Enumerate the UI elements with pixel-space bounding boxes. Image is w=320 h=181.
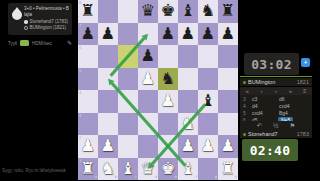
move-number: 4: [240, 103, 251, 109]
square-a7[interactable]: ♟7: [78, 23, 98, 46]
nav-menu-button[interactable]: ≡: [298, 87, 312, 95]
move-5-black[interactable]: Bg4: [278, 110, 305, 116]
square-f5[interactable]: [178, 68, 198, 91]
online-dot-icon: [243, 133, 246, 136]
move-row: 4d4cxd4: [240, 102, 312, 109]
move-nav-bar: «‹›»≡: [240, 87, 312, 95]
square-e8[interactable]: ♚: [158, 0, 178, 23]
black-knight-piece: ♞: [158, 68, 178, 90]
game-info-card[interactable]: 3+0 • Pelinennosta • Blitz lajia Stoneha…: [8, 3, 72, 35]
white-player-rating: 1783: [297, 131, 309, 137]
square-g3[interactable]: [198, 113, 218, 136]
square-g7[interactable]: ♟: [198, 23, 218, 46]
black-player-rating: 1821: [297, 79, 309, 85]
square-e5[interactable]: ♞: [158, 68, 178, 91]
white-pawn-piece: ♟: [218, 135, 238, 157]
square-b7[interactable]: ♟: [98, 23, 118, 46]
rank-coordinate-label: 6: [79, 46, 81, 50]
move-3-white[interactable]: c3: [251, 96, 278, 102]
card-player-black[interactable]: BUMington (1821): [24, 25, 69, 31]
move-row: 5cxd4Bg4: [240, 109, 312, 116]
rank-coordinate-label: 7: [79, 24, 81, 28]
white-pawn-piece: ♟: [198, 135, 218, 157]
square-g1[interactable]: g: [198, 158, 218, 181]
black-pawn-piece: ♟: [218, 23, 238, 45]
square-e4[interactable]: ♟: [158, 90, 178, 113]
rank-coordinate-label: 3: [79, 114, 81, 118]
square-h1[interactable]: ♜h: [218, 158, 238, 181]
black-rook-piece: ♜: [78, 0, 98, 22]
square-c1[interactable]: ♝c: [118, 158, 138, 181]
white-knight-piece: ♞: [178, 113, 198, 135]
rank-coordinate-label: 1: [79, 159, 81, 163]
move-list: 3c3d64d4cxd45cxd4Bg46d5Ne5: [240, 95, 312, 123]
black-knight-piece: ♞: [198, 0, 218, 22]
black-pawn-piece: ♟: [78, 23, 98, 45]
square-b3[interactable]: [98, 113, 118, 136]
file-coordinate-label: g: [215, 175, 217, 179]
white-pawn-piece: ♟: [158, 90, 178, 112]
black-bishop-piece: ♝: [198, 90, 218, 112]
square-a4[interactable]: 4: [78, 90, 98, 113]
black-player-row[interactable]: BUMington 1821: [240, 78, 312, 86]
white-queen-piece: ♛: [138, 158, 158, 180]
square-b8[interactable]: [98, 0, 118, 23]
lichess-flame-icon: [12, 7, 22, 20]
square-b6[interactable]: [98, 45, 118, 68]
nav-last-button[interactable]: »: [283, 87, 297, 95]
white-knight-piece: ♞: [98, 158, 118, 180]
square-d3[interactable]: [138, 113, 158, 136]
square-c6[interactable]: [118, 45, 138, 68]
rank-coordinate-label: 2: [79, 136, 81, 140]
square-h8[interactable]: ♜: [218, 0, 238, 23]
black-king-piece: ♚: [158, 0, 178, 22]
black-rook-piece: ♜: [218, 0, 238, 22]
draw-button[interactable]: ½: [273, 122, 278, 129]
square-d7[interactable]: [138, 23, 158, 46]
square-d5[interactable]: ♟: [138, 68, 158, 91]
game-side-panel: 03:02 + BUMington 1821 «‹›»≡ 3c3d64d4cxd…: [240, 0, 312, 180]
square-e7[interactable]: ♟: [158, 23, 178, 46]
square-b5[interactable]: [98, 68, 118, 91]
square-f7[interactable]: ♟: [178, 23, 198, 46]
black-bishop-piece: ♝: [178, 0, 198, 22]
square-c3[interactable]: [118, 113, 138, 136]
square-g5[interactable]: [198, 68, 218, 91]
square-g4[interactable]: ♝: [198, 90, 218, 113]
black-pawn-piece: ♟: [178, 23, 198, 45]
square-c4[interactable]: [118, 90, 138, 113]
game-meta: 3+0 • Pelinennosta • Blitz lajia Stoneha…: [24, 6, 69, 33]
toggle-left-label: Tyyli: [8, 41, 17, 46]
white-clock-active: 02:40: [242, 139, 298, 161]
square-g2[interactable]: ♟: [198, 135, 218, 158]
online-dot-icon: [243, 81, 246, 84]
green-divider: [240, 76, 312, 77]
white-pawn-piece: ♟: [78, 135, 98, 157]
game-action-bar: ↶½⚑: [240, 121, 312, 130]
square-f1[interactable]: ♝f: [178, 158, 198, 181]
stream-settings-row: Tyyli HDMI/sec ✎: [8, 40, 72, 46]
square-c5[interactable]: [118, 68, 138, 91]
square-c2[interactable]: [118, 135, 138, 158]
square-h2[interactable]: ♟: [218, 135, 238, 158]
square-d8[interactable]: ♛: [138, 0, 158, 23]
lichess-game-screen: 3+0 • Pelinennosta • Blitz lajia Stoneha…: [0, 0, 320, 180]
white-rook-piece: ♜: [218, 158, 238, 180]
file-coordinate-label: a: [95, 175, 97, 179]
square-f2[interactable]: ♟: [178, 135, 198, 158]
square-b1[interactable]: ♞b: [98, 158, 118, 181]
move-5-white[interactable]: cxd4: [251, 110, 278, 116]
square-f8[interactable]: ♝: [178, 0, 198, 23]
move-3-black[interactable]: d6: [278, 96, 305, 102]
square-a5[interactable]: 5: [78, 68, 98, 91]
black-clock: 03:02: [244, 53, 299, 75]
takeback-button[interactable]: ↶: [257, 122, 262, 130]
white-rook-piece: ♜: [78, 158, 98, 180]
square-e3[interactable]: [158, 113, 178, 136]
black-queen-piece: ♛: [138, 0, 158, 22]
move-number: 3: [240, 96, 251, 102]
square-d2[interactable]: [138, 135, 158, 158]
white-player-row[interactable]: Stonehand7 1783: [240, 130, 312, 138]
white-king-piece: ♚: [158, 158, 178, 180]
live-toggle-button[interactable]: [20, 40, 29, 46]
file-coordinate-label: f: [196, 175, 197, 179]
square-g8[interactable]: ♞: [198, 0, 218, 23]
black-pawn-piece: ♟: [198, 23, 218, 45]
white-player-name[interactable]: Stonehand7: [248, 131, 278, 137]
square-f4[interactable]: [178, 90, 198, 113]
white-bishop-piece: ♝: [118, 158, 138, 180]
move-row: 3c3d6: [240, 95, 312, 102]
square-c8[interactable]: [118, 0, 138, 23]
square-h5[interactable]: [218, 68, 238, 91]
white-bishop-piece: ♝: [178, 158, 198, 180]
resign-button[interactable]: ⚑: [290, 122, 296, 130]
chess-board[interactable]: ♜8♛♚♝♞♜♟7♟♟♟♟♟6♟5♟♞4♟♝3♞♟2♟♟♟♟♜1a♞b♝c♛d♚…: [78, 0, 238, 180]
square-a2[interactable]: ♟2: [78, 135, 98, 158]
move-number: 5: [240, 110, 251, 116]
nav-first-button[interactable]: «: [240, 87, 254, 95]
square-f3[interactable]: ♞: [178, 113, 198, 136]
edit-pencil-icon[interactable]: ✎: [67, 40, 72, 46]
game-meta-line2: lajia: [24, 12, 69, 18]
rank-coordinate-label: 5: [79, 69, 81, 73]
square-d6[interactable]: ♟: [138, 45, 158, 68]
square-h4[interactable]: [218, 90, 238, 113]
square-e1[interactable]: ♚e: [158, 158, 178, 181]
square-f6[interactable]: [178, 45, 198, 68]
moretime-button[interactable]: +: [301, 58, 310, 67]
square-b2[interactable]: ♟: [98, 135, 118, 158]
black-player-name[interactable]: BUMington: [248, 79, 275, 85]
move-4-black[interactable]: cxd4: [278, 103, 305, 109]
white-pawn-piece: ♟: [138, 68, 158, 90]
left-sidebar: 3+0 • Pelinennosta • Blitz lajia Stoneha…: [0, 0, 78, 180]
move-4-white[interactable]: d4: [251, 103, 278, 109]
rank-coordinate-label: 4: [79, 91, 81, 95]
square-a1[interactable]: ♜1a: [78, 158, 98, 181]
square-h7[interactable]: ♟: [218, 23, 238, 46]
square-g6[interactable]: [198, 45, 218, 68]
black-color-icon: [24, 26, 28, 30]
black-pawn-piece: ♟: [98, 23, 118, 45]
square-d1[interactable]: ♛d: [138, 158, 158, 181]
square-e2[interactable]: [158, 135, 178, 158]
square-a8[interactable]: ♜8: [78, 0, 98, 23]
white-pawn-piece: ♟: [98, 135, 118, 157]
rank-coordinate-label: 8: [79, 1, 81, 5]
toggle-right-label: HDMI/sec: [32, 41, 52, 46]
square-a6[interactable]: 6: [78, 45, 98, 68]
square-h6[interactable]: [218, 45, 238, 68]
square-e6[interactable]: [158, 45, 178, 68]
square-c7[interactable]: [118, 23, 138, 46]
square-a3[interactable]: 3: [78, 113, 98, 136]
card-player-list: Stonehand7 (1783) BUMington (1821): [24, 19, 69, 31]
stream-caption: Sygy, roku, Ryu in lähetyksessä: [2, 168, 78, 173]
black-pawn-piece: ♟: [158, 23, 178, 45]
file-coordinate-label: h: [235, 175, 237, 179]
file-coordinate-label: e: [175, 175, 177, 179]
file-coordinate-label: b: [115, 175, 117, 179]
white-color-icon: [24, 20, 28, 24]
square-d4[interactable]: [138, 90, 158, 113]
file-coordinate-label: d: [155, 175, 157, 179]
square-h3[interactable]: [218, 113, 238, 136]
file-coordinate-label: c: [135, 175, 137, 179]
black-pawn-piece: ♟: [138, 45, 158, 67]
white-pawn-piece: ♟: [178, 135, 198, 157]
nav-next-button[interactable]: ›: [269, 87, 283, 95]
card-player-black-label: BUMington (1821): [30, 25, 67, 31]
square-b4[interactable]: [98, 90, 118, 113]
nav-prev-button[interactable]: ‹: [254, 87, 268, 95]
game-meta-line1: 3+0 • Pelinennosta • Blitz: [24, 6, 69, 12]
